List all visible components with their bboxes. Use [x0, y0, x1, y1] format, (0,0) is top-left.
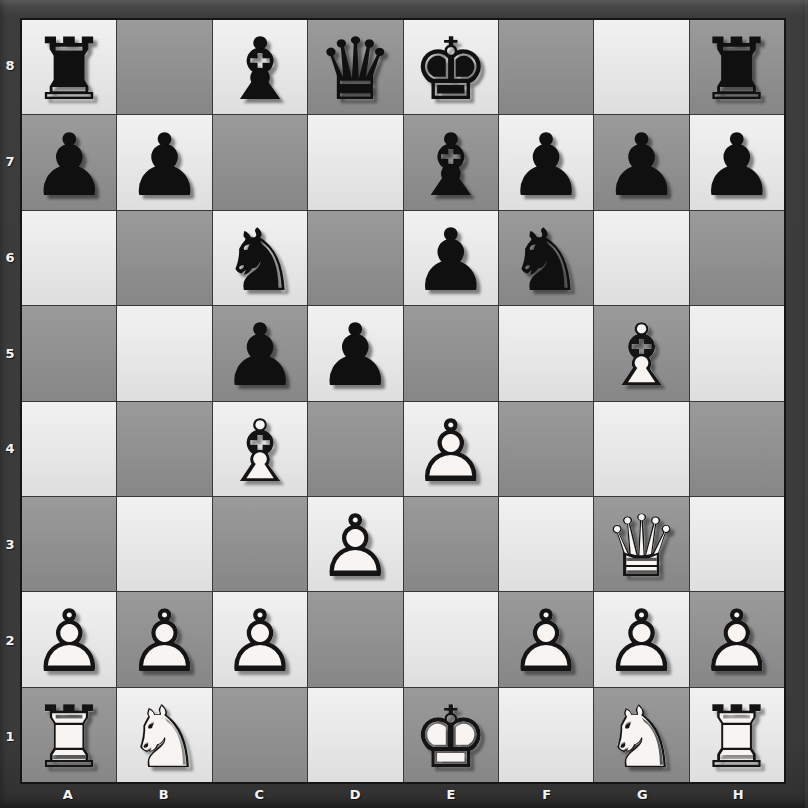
square-h2[interactable]: ♟♙ — [690, 592, 784, 686]
white-pawn-outline-icon: ♙ — [404, 404, 498, 498]
square-a8[interactable]: ♜ — [22, 20, 116, 114]
square-c2[interactable]: ♟♙ — [213, 592, 307, 686]
square-g5[interactable]: ♝♗ — [594, 306, 688, 400]
file-label-g: G — [595, 784, 691, 804]
square-a2[interactable]: ♟♙ — [22, 592, 116, 686]
white-pawn[interactable]: ♟ — [594, 594, 688, 688]
white-knight-outline-icon: ♘ — [594, 690, 688, 784]
file-labels: ABCDEFGH — [20, 784, 786, 804]
white-pawn-outline-icon: ♙ — [308, 499, 402, 593]
square-f1[interactable] — [499, 688, 593, 782]
square-f6[interactable]: ♞ — [499, 211, 593, 305]
rank-label-4: 4 — [0, 401, 20, 497]
square-b3[interactable] — [117, 497, 211, 591]
square-g4[interactable] — [594, 402, 688, 496]
square-e5[interactable] — [404, 306, 498, 400]
square-a4[interactable] — [22, 402, 116, 496]
square-a6[interactable] — [22, 211, 116, 305]
white-bishop[interactable]: ♝ — [594, 308, 688, 402]
square-h4[interactable] — [690, 402, 784, 496]
rank-label-7: 7 — [0, 114, 20, 210]
square-f3[interactable] — [499, 497, 593, 591]
black-king[interactable]: ♚ — [404, 22, 498, 116]
file-label-d: D — [307, 784, 403, 804]
file-label-h: H — [690, 784, 786, 804]
white-rook[interactable]: ♜ — [690, 690, 784, 784]
square-d8[interactable]: ♛ — [308, 20, 402, 114]
square-c4[interactable]: ♝♗ — [213, 402, 307, 496]
chess-board: ♜♝♛♚♜♟♟♝♟♟♟♞♟♞♟♟♝♗♝♗♟♙♟♙♛♕♟♙♟♙♟♙♟♙♟♙♟♙♜♖… — [20, 18, 786, 784]
black-pawn[interactable]: ♟ — [499, 117, 593, 211]
square-g8[interactable] — [594, 20, 688, 114]
square-f2[interactable]: ♟♙ — [499, 592, 593, 686]
white-knight[interactable]: ♞ — [117, 690, 211, 784]
white-pawn[interactable]: ♟ — [499, 594, 593, 688]
white-rook[interactable]: ♜ — [22, 690, 116, 784]
square-d5[interactable]: ♟ — [308, 306, 402, 400]
square-b2[interactable]: ♟♙ — [117, 592, 211, 686]
square-a3[interactable] — [22, 497, 116, 591]
white-bishop-outline-icon: ♗ — [594, 308, 688, 402]
black-pawn[interactable]: ♟ — [594, 117, 688, 211]
square-a7[interactable]: ♟ — [22, 115, 116, 209]
square-b7[interactable]: ♟ — [117, 115, 211, 209]
square-e2[interactable] — [404, 592, 498, 686]
square-a1[interactable]: ♜♖ — [22, 688, 116, 782]
square-b4[interactable] — [117, 402, 211, 496]
white-pawn[interactable]: ♟ — [22, 594, 116, 688]
black-bishop[interactable]: ♝ — [404, 117, 498, 211]
square-h1[interactable]: ♜♖ — [690, 688, 784, 782]
rank-label-1: 1 — [0, 688, 20, 784]
square-f7[interactable]: ♟ — [499, 115, 593, 209]
square-h7[interactable]: ♟ — [690, 115, 784, 209]
black-pawn[interactable]: ♟ — [404, 213, 498, 307]
square-c5[interactable]: ♟ — [213, 306, 307, 400]
square-d4[interactable] — [308, 402, 402, 496]
square-e3[interactable] — [404, 497, 498, 591]
square-g6[interactable] — [594, 211, 688, 305]
square-e7[interactable]: ♝ — [404, 115, 498, 209]
white-knight-outline-icon: ♘ — [117, 690, 211, 784]
file-label-a: A — [20, 784, 116, 804]
black-pawn[interactable]: ♟ — [308, 308, 402, 402]
file-label-e: E — [403, 784, 499, 804]
black-pawn[interactable]: ♟ — [213, 308, 307, 402]
square-c1[interactable] — [213, 688, 307, 782]
square-h3[interactable] — [690, 497, 784, 591]
square-b1[interactable]: ♞♘ — [117, 688, 211, 782]
square-f4[interactable] — [499, 402, 593, 496]
square-e6[interactable]: ♟ — [404, 211, 498, 305]
square-d3[interactable]: ♟♙ — [308, 497, 402, 591]
white-pawn-outline-icon: ♙ — [22, 594, 116, 688]
square-h5[interactable] — [690, 306, 784, 400]
square-f5[interactable] — [499, 306, 593, 400]
black-queen[interactable]: ♛ — [308, 22, 402, 116]
rank-label-3: 3 — [0, 497, 20, 593]
black-knight[interactable]: ♞ — [213, 213, 307, 307]
white-pawn-outline-icon: ♙ — [213, 594, 307, 688]
white-pawn[interactable]: ♟ — [308, 499, 402, 593]
black-bishop[interactable]: ♝ — [213, 22, 307, 116]
square-f8[interactable] — [499, 20, 593, 114]
rank-label-5: 5 — [0, 305, 20, 401]
rank-label-8: 8 — [0, 18, 20, 114]
white-pawn-outline-icon: ♙ — [594, 594, 688, 688]
square-d6[interactable] — [308, 211, 402, 305]
square-h8[interactable]: ♜ — [690, 20, 784, 114]
square-d7[interactable] — [308, 115, 402, 209]
square-d1[interactable] — [308, 688, 402, 782]
black-pawn[interactable]: ♟ — [22, 117, 116, 211]
rank-label-6: 6 — [0, 210, 20, 306]
white-pawn[interactable]: ♟ — [690, 594, 784, 688]
square-g7[interactable]: ♟ — [594, 115, 688, 209]
white-pawn[interactable]: ♟ — [213, 594, 307, 688]
white-king[interactable]: ♚ — [404, 690, 498, 784]
rank-label-2: 2 — [0, 593, 20, 689]
square-e4[interactable]: ♟♙ — [404, 402, 498, 496]
white-rook-outline-icon: ♖ — [690, 690, 784, 784]
black-pawn[interactable]: ♟ — [690, 117, 784, 211]
black-rook[interactable]: ♜ — [690, 22, 784, 116]
square-c3[interactable] — [213, 497, 307, 591]
white-bishop[interactable]: ♝ — [213, 404, 307, 498]
white-pawn[interactable]: ♟ — [404, 404, 498, 498]
square-h6[interactable] — [690, 211, 784, 305]
black-knight[interactable]: ♞ — [499, 213, 593, 307]
chess-board-frame: 87654321 ♜♝♛♚♜♟♟♝♟♟♟♞♟♞♟♟♝♗♝♗♟♙♟♙♛♕♟♙♟♙♟… — [0, 0, 808, 808]
black-pawn[interactable]: ♟ — [117, 117, 211, 211]
file-label-c: C — [212, 784, 308, 804]
black-rook[interactable]: ♜ — [22, 22, 116, 116]
white-pawn-outline-icon: ♙ — [117, 594, 211, 688]
white-queen[interactable]: ♛ — [594, 499, 688, 593]
rank-labels: 87654321 — [0, 18, 20, 784]
square-a5[interactable] — [22, 306, 116, 400]
white-bishop-outline-icon: ♗ — [213, 404, 307, 498]
file-label-f: F — [499, 784, 595, 804]
square-d2[interactable] — [308, 592, 402, 686]
square-g1[interactable]: ♞♘ — [594, 688, 688, 782]
square-g3[interactable]: ♛♕ — [594, 497, 688, 591]
square-e1[interactable]: ♚♔ — [404, 688, 498, 782]
square-c7[interactable] — [213, 115, 307, 209]
square-g2[interactable]: ♟♙ — [594, 592, 688, 686]
square-e8[interactable]: ♚ — [404, 20, 498, 114]
white-pawn-outline-icon: ♙ — [690, 594, 784, 688]
file-label-b: B — [116, 784, 212, 804]
square-b5[interactable] — [117, 306, 211, 400]
white-king-outline-icon: ♔ — [404, 690, 498, 784]
square-b8[interactable] — [117, 20, 211, 114]
white-rook-outline-icon: ♖ — [22, 690, 116, 784]
square-b6[interactable] — [117, 211, 211, 305]
square-c8[interactable]: ♝ — [213, 20, 307, 114]
white-queen-outline-icon: ♕ — [594, 499, 688, 593]
white-knight[interactable]: ♞ — [594, 690, 688, 784]
square-c6[interactable]: ♞ — [213, 211, 307, 305]
white-pawn-outline-icon: ♙ — [499, 594, 593, 688]
white-pawn[interactable]: ♟ — [117, 594, 211, 688]
